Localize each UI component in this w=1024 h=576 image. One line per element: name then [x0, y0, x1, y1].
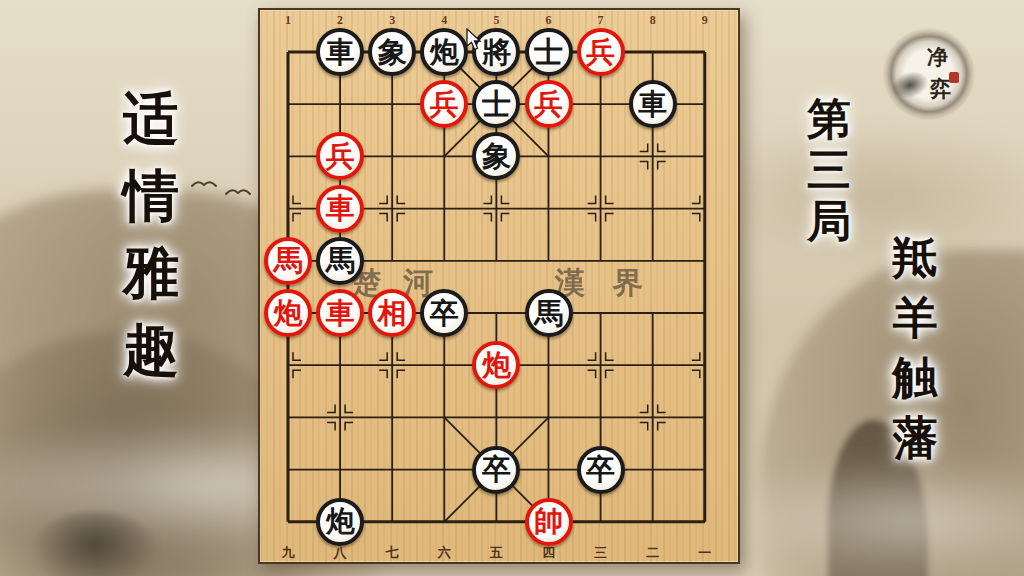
piece-black[interactable]: 馬 — [316, 237, 364, 285]
birds-icon — [190, 176, 254, 202]
title-char: 羝 — [893, 235, 938, 280]
app-stage: 适情雅趣 第三局 羝羊触藩 净 弈 楚河漢界 123456789九八七六五四三二… — [0, 0, 1024, 576]
piece-black[interactable]: 車 — [316, 28, 364, 76]
piece-red[interactable]: 兵 — [420, 80, 468, 128]
mouse-cursor-icon — [466, 28, 486, 52]
left-motto-title: 适情雅趣 — [118, 90, 184, 377]
piece-black[interactable]: 炮 — [316, 498, 364, 546]
title-char: 情 — [123, 167, 179, 223]
piece-red[interactable]: 炮 — [264, 289, 312, 337]
piece-red[interactable]: 兵 — [525, 80, 573, 128]
red-seal-icon — [949, 72, 959, 83]
piece-black[interactable]: 馬 — [525, 289, 573, 337]
piece-red[interactable]: 炮 — [472, 341, 520, 389]
piece-red[interactable]: 馬 — [264, 237, 312, 285]
piece-red[interactable]: 兵 — [577, 28, 625, 76]
title-char: 适 — [123, 90, 179, 146]
title-char: 三 — [807, 148, 851, 192]
piece-black[interactable]: 象 — [368, 28, 416, 76]
title-char: 触 — [893, 355, 938, 400]
piece-black[interactable]: 士 — [472, 80, 520, 128]
piece-red[interactable]: 相 — [368, 289, 416, 337]
title-char: 趣 — [123, 321, 179, 377]
chapter-title: 第三局 — [806, 97, 852, 243]
title-char: 雅 — [123, 244, 179, 300]
piece-red[interactable]: 兵 — [316, 132, 364, 180]
title-char: 藩 — [893, 415, 938, 460]
piece-black[interactable]: 士 — [525, 28, 573, 76]
piece-black[interactable]: 車 — [629, 80, 677, 128]
xiangqi-board[interactable]: 楚河漢界 123456789九八七六五四三二一 車象炮將士兵兵士兵車兵象車馬馬炮… — [258, 8, 740, 564]
piece-black[interactable]: 卒 — [577, 446, 625, 494]
piece-black[interactable]: 炮 — [420, 28, 468, 76]
title-char: 羊 — [893, 295, 938, 340]
piece-black[interactable]: 象 — [472, 132, 520, 180]
distant-ridge — [690, 120, 1024, 270]
puzzle-name-title: 羝羊触藩 — [891, 235, 939, 460]
piece-black[interactable]: 卒 — [420, 289, 468, 337]
logo-char: 弈 — [930, 78, 951, 99]
logo-char: 净 — [927, 46, 948, 67]
ink-circle-logo: 净 弈 — [883, 28, 975, 120]
mist-right — [700, 460, 1024, 576]
title-char: 局 — [807, 199, 851, 243]
title-char: 第 — [807, 97, 851, 141]
pine-tree-silhouette — [30, 512, 160, 576]
piece-red[interactable]: 車 — [316, 185, 364, 233]
pieces-layer: 車象炮將士兵兵士兵車兵象車馬馬炮車相卒馬炮卒卒炮帥 — [262, 26, 731, 548]
piece-red[interactable]: 帥 — [525, 498, 573, 546]
piece-red[interactable]: 車 — [316, 289, 364, 337]
piece-black[interactable]: 卒 — [472, 446, 520, 494]
